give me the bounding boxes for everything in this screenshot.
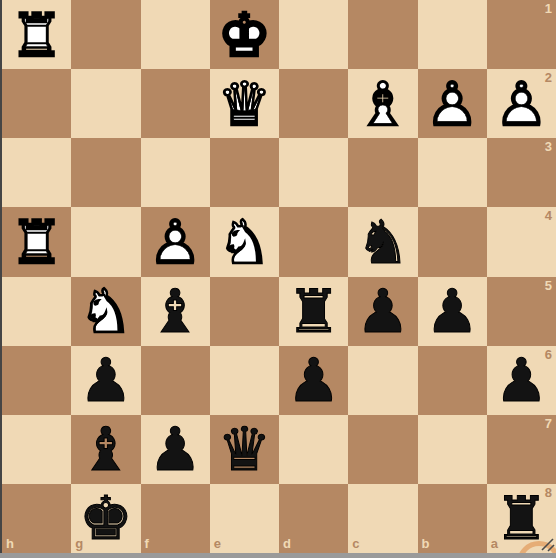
piece-black-bishop[interactable]: ♝ — [71, 415, 140, 484]
square-f7[interactable]: ♟ — [141, 415, 210, 484]
square-f6[interactable] — [141, 346, 210, 415]
square-d1[interactable] — [279, 0, 348, 69]
piece-white-king[interactable]: ♚♔ — [210, 0, 279, 69]
square-e3[interactable] — [210, 138, 279, 207]
rank-label-1: 1 — [545, 1, 552, 16]
piece-glyph-detail: ♙ — [418, 69, 487, 138]
piece-glyph: ♝ — [141, 277, 210, 346]
square-h8[interactable]: h — [2, 484, 71, 553]
square-h2[interactable] — [2, 69, 71, 138]
piece-glyph-detail: ♖ — [2, 207, 71, 276]
square-b7[interactable] — [418, 415, 487, 484]
square-b2[interactable]: ♟♙ — [418, 69, 487, 138]
piece-glyph-detail: ♔ — [210, 0, 279, 69]
piece-black-bishop[interactable]: ♝ — [141, 277, 210, 346]
piece-black-pawn[interactable]: ♟ — [71, 346, 140, 415]
square-g2[interactable] — [71, 69, 140, 138]
square-f3[interactable] — [141, 138, 210, 207]
square-c7[interactable] — [348, 415, 417, 484]
square-h1[interactable]: ♜♖ — [2, 0, 71, 69]
piece-glyph-detail: ♘ — [210, 207, 279, 276]
square-e4[interactable]: ♞♘ — [210, 207, 279, 276]
square-h4[interactable]: ♜♖ — [2, 207, 71, 276]
square-g7[interactable]: ♝ — [71, 415, 140, 484]
square-c3[interactable] — [348, 138, 417, 207]
square-e6[interactable] — [210, 346, 279, 415]
square-a4[interactable]: 4 — [487, 207, 556, 276]
file-label-a: a — [491, 536, 498, 551]
square-b8[interactable]: b — [418, 484, 487, 553]
chess-app-page: ♜♖♚♔1♛♕♝♗♟♙2♟♙3♜♖♟♙♞♘♞4♞♘♝♜♟♟5♟♟6♟♝♟♛7hg… — [0, 0, 556, 558]
file-label-e: e — [214, 536, 221, 551]
piece-black-pawn[interactable]: ♟ — [279, 346, 348, 415]
square-b1[interactable] — [418, 0, 487, 69]
square-b3[interactable] — [418, 138, 487, 207]
piece-white-pawn[interactable]: ♟♙ — [418, 69, 487, 138]
rank-label-4: 4 — [545, 208, 552, 223]
rank-label-5: 5 — [545, 278, 552, 293]
square-e2[interactable]: ♛♕ — [210, 69, 279, 138]
square-f1[interactable] — [141, 0, 210, 69]
square-a3[interactable]: 3 — [487, 138, 556, 207]
square-d8[interactable]: d — [279, 484, 348, 553]
piece-white-knight[interactable]: ♞♘ — [210, 207, 279, 276]
piece-white-bishop[interactable]: ♝♗ — [348, 69, 417, 138]
square-d2[interactable] — [279, 69, 348, 138]
square-e7[interactable]: ♛ — [210, 415, 279, 484]
piece-glyph: ♝ — [71, 415, 140, 484]
piece-black-pawn[interactable]: ♟ — [141, 415, 210, 484]
square-h7[interactable] — [2, 415, 71, 484]
piece-white-queen[interactable]: ♛♕ — [210, 69, 279, 138]
piece-glyph: ♟ — [71, 346, 140, 415]
square-b5[interactable]: ♟ — [418, 277, 487, 346]
square-e5[interactable] — [210, 277, 279, 346]
piece-glyph: ♟ — [279, 346, 348, 415]
square-a2[interactable]: 2♟♙ — [487, 69, 556, 138]
file-label-g: g — [75, 536, 83, 551]
piece-glyph-detail: ♕ — [210, 69, 279, 138]
piece-glyph-detail: ♖ — [2, 0, 71, 69]
bottom-strip — [0, 553, 556, 558]
file-label-f: f — [145, 536, 149, 551]
piece-glyph: ♟ — [418, 277, 487, 346]
square-h5[interactable] — [2, 277, 71, 346]
rank-label-2: 2 — [545, 70, 552, 85]
file-label-c: c — [352, 536, 359, 551]
square-a6[interactable]: 6♟ — [487, 346, 556, 415]
piece-white-pawn[interactable]: ♟♙ — [141, 207, 210, 276]
square-c5[interactable]: ♟ — [348, 277, 417, 346]
piece-white-rook[interactable]: ♜♖ — [2, 207, 71, 276]
rank-label-8: 8 — [545, 485, 552, 500]
square-c6[interactable] — [348, 346, 417, 415]
square-e8[interactable]: e — [210, 484, 279, 553]
piece-glyph: ♛ — [210, 415, 279, 484]
square-d7[interactable] — [279, 415, 348, 484]
file-label-b: b — [422, 536, 430, 551]
square-d4[interactable] — [279, 207, 348, 276]
square-g6[interactable]: ♟ — [71, 346, 140, 415]
square-h3[interactable] — [2, 138, 71, 207]
piece-black-pawn[interactable]: ♟ — [348, 277, 417, 346]
square-g3[interactable] — [71, 138, 140, 207]
square-h6[interactable] — [2, 346, 71, 415]
board-resize-handle[interactable] — [537, 534, 555, 552]
square-d6[interactable]: ♟ — [279, 346, 348, 415]
square-e1[interactable]: ♚♔ — [210, 0, 279, 69]
square-c1[interactable] — [348, 0, 417, 69]
piece-black-pawn[interactable]: ♟ — [418, 277, 487, 346]
square-c8[interactable]: c — [348, 484, 417, 553]
piece-glyph-detail: ♘ — [71, 277, 140, 346]
square-c4[interactable]: ♞ — [348, 207, 417, 276]
square-b6[interactable] — [418, 346, 487, 415]
square-g8[interactable]: g♚ — [71, 484, 140, 553]
square-f2[interactable] — [141, 69, 210, 138]
piece-glyph: ♜ — [279, 277, 348, 346]
square-f5[interactable]: ♝ — [141, 277, 210, 346]
square-g1[interactable] — [71, 0, 140, 69]
square-g4[interactable] — [71, 207, 140, 276]
piece-glyph-detail: ♗ — [348, 69, 417, 138]
piece-black-knight[interactable]: ♞ — [348, 207, 417, 276]
square-a1[interactable]: 1 — [487, 0, 556, 69]
piece-glyph-detail: ♙ — [141, 207, 210, 276]
rank-label-6: 6 — [545, 347, 552, 362]
square-f4[interactable]: ♟♙ — [141, 207, 210, 276]
rank-label-3: 3 — [545, 139, 552, 154]
chess-board: ♜♖♚♔1♛♕♝♗♟♙2♟♙3♜♖♟♙♞♘♞4♞♘♝♜♟♟5♟♟6♟♝♟♛7hg… — [0, 0, 556, 553]
rank-label-7: 7 — [545, 416, 552, 431]
file-label-h: h — [6, 536, 14, 551]
square-g5[interactable]: ♞♘ — [71, 277, 140, 346]
square-c2[interactable]: ♝♗ — [348, 69, 417, 138]
piece-black-queen[interactable]: ♛ — [210, 415, 279, 484]
square-b4[interactable] — [418, 207, 487, 276]
piece-white-knight[interactable]: ♞♘ — [71, 277, 140, 346]
file-label-d: d — [283, 536, 291, 551]
piece-glyph: ♟ — [141, 415, 210, 484]
piece-black-rook[interactable]: ♜ — [279, 277, 348, 346]
square-a7[interactable]: 7 — [487, 415, 556, 484]
square-a5[interactable]: 5 — [487, 277, 556, 346]
piece-white-rook[interactable]: ♜♖ — [2, 0, 71, 69]
square-d5[interactable]: ♜ — [279, 277, 348, 346]
square-f8[interactable]: f — [141, 484, 210, 553]
square-d3[interactable] — [279, 138, 348, 207]
piece-glyph: ♟ — [348, 277, 417, 346]
piece-glyph: ♞ — [348, 207, 417, 276]
